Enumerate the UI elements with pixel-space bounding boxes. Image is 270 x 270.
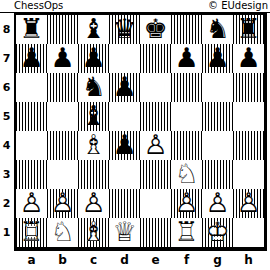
white-rook[interactable]: ♖ — [171, 218, 202, 247]
square-d3[interactable] — [109, 160, 140, 189]
file-label-b: b — [47, 252, 78, 268]
file-label-d: d — [109, 252, 140, 268]
rank-label-4: 4 — [0, 131, 13, 160]
square-d5[interactable] — [109, 102, 140, 131]
file-label-h: h — [233, 252, 264, 268]
black-king[interactable]: ♚ — [140, 15, 171, 44]
black-queen[interactable]: ♛ — [109, 15, 140, 44]
rank-label-1: 1 — [0, 218, 13, 247]
file-label-f: f — [171, 252, 202, 268]
square-e2[interactable] — [140, 189, 171, 218]
square-b1[interactable]: ♞♘ — [47, 218, 78, 247]
square-f4[interactable] — [171, 131, 202, 160]
square-c3[interactable] — [78, 160, 109, 189]
white-pawn[interactable]: ♙ — [47, 189, 78, 218]
square-g2[interactable]: ♟♙ — [202, 189, 233, 218]
rank-label-5: 5 — [0, 102, 13, 131]
square-d6[interactable]: ♟ — [109, 73, 140, 102]
square-g3[interactable] — [202, 160, 233, 189]
square-g7[interactable]: ♟ — [202, 44, 233, 73]
square-h3[interactable] — [233, 160, 264, 189]
file-label-g: g — [202, 252, 233, 268]
credit-link[interactable]: © EUdesign — [208, 0, 268, 12]
file-label-e: e — [140, 252, 171, 268]
white-knight[interactable]: ♘ — [171, 160, 202, 189]
square-b6[interactable] — [47, 73, 78, 102]
header-bar: ChessOps © EUdesign — [0, 0, 270, 13]
square-h8[interactable]: ♜ — [233, 15, 264, 44]
white-queen[interactable]: ♕ — [109, 218, 140, 247]
square-e4[interactable]: ♟♙ — [140, 131, 171, 160]
square-c8[interactable]: ♝ — [78, 15, 109, 44]
square-f6[interactable] — [171, 73, 202, 102]
square-h2[interactable]: ♟♙ — [233, 189, 264, 218]
black-pawn[interactable]: ♟ — [47, 44, 78, 73]
square-b2[interactable]: ♟♙ — [47, 189, 78, 218]
square-c6[interactable]: ♞ — [78, 73, 109, 102]
square-a4[interactable] — [16, 131, 47, 160]
square-e1[interactable] — [140, 218, 171, 247]
white-pawn[interactable]: ♙ — [171, 189, 202, 218]
square-f5[interactable] — [171, 102, 202, 131]
black-pawn[interactable]: ♟ — [202, 44, 233, 73]
white-pawn[interactable]: ♙ — [78, 189, 109, 218]
square-b3[interactable] — [47, 160, 78, 189]
white-bishop[interactable]: ♗ — [78, 131, 109, 160]
square-g6[interactable] — [202, 73, 233, 102]
black-pawn[interactable]: ♟ — [109, 131, 140, 160]
file-label-c: c — [78, 252, 109, 268]
rank-label-2: 2 — [0, 189, 13, 218]
square-a3[interactable] — [16, 160, 47, 189]
square-h1[interactable] — [233, 218, 264, 247]
black-rook[interactable]: ♜ — [16, 15, 47, 44]
app-title-link[interactable]: ChessOps — [14, 0, 63, 12]
white-pawn[interactable]: ♙ — [140, 131, 171, 160]
black-rook[interactable]: ♜ — [233, 15, 264, 44]
square-g1[interactable]: ♚♔ — [202, 218, 233, 247]
square-f8[interactable] — [171, 15, 202, 44]
square-c7[interactable]: ♟ — [78, 44, 109, 73]
square-e5[interactable] — [140, 102, 171, 131]
black-knight[interactable]: ♞ — [202, 15, 233, 44]
rank-label-7: 7 — [0, 44, 13, 73]
square-d2[interactable] — [109, 189, 140, 218]
square-e6[interactable] — [140, 73, 171, 102]
square-d8[interactable]: ♛ — [109, 15, 140, 44]
white-rook[interactable]: ♖ — [16, 218, 47, 247]
square-a7[interactable]: ♟ — [16, 44, 47, 73]
black-pawn[interactable]: ♟ — [16, 44, 47, 73]
file-label-a: a — [16, 252, 47, 268]
square-g4[interactable] — [202, 131, 233, 160]
square-g8[interactable]: ♞ — [202, 15, 233, 44]
square-d1[interactable]: ♛♕ — [109, 218, 140, 247]
white-bishop[interactable]: ♗ — [78, 218, 109, 247]
square-d4[interactable]: ♟ — [109, 131, 140, 160]
square-a2[interactable]: ♟♙ — [16, 189, 47, 218]
square-c1[interactable]: ♝♗ — [78, 218, 109, 247]
black-pawn[interactable]: ♟ — [171, 44, 202, 73]
rank-label-8: 8 — [0, 15, 13, 44]
square-e3[interactable] — [140, 160, 171, 189]
square-e7[interactable] — [140, 44, 171, 73]
white-king[interactable]: ♔ — [202, 218, 233, 247]
black-pawn[interactable]: ♟ — [233, 44, 264, 73]
chessops-window: ChessOps © EUdesign ♜♝♛♚♞♜♟♟♟♟♟♟♞♟♝♝♗♟♟♙… — [0, 0, 270, 270]
square-f3[interactable]: ♞♘ — [171, 160, 202, 189]
square-b7[interactable]: ♟ — [47, 44, 78, 73]
square-f2[interactable]: ♟♙ — [171, 189, 202, 218]
square-h6[interactable] — [233, 73, 264, 102]
square-c4[interactable]: ♝♗ — [78, 131, 109, 160]
square-h5[interactable] — [233, 102, 264, 131]
square-g5[interactable] — [202, 102, 233, 131]
square-d7[interactable] — [109, 44, 140, 73]
square-h4[interactable] — [233, 131, 264, 160]
black-pawn[interactable]: ♟ — [78, 44, 109, 73]
rank-label-6: 6 — [0, 73, 13, 102]
square-a8[interactable]: ♜ — [16, 15, 47, 44]
square-f7[interactable]: ♟ — [171, 44, 202, 73]
square-e8[interactable]: ♚ — [140, 15, 171, 44]
black-bishop[interactable]: ♝ — [78, 15, 109, 44]
square-h7[interactable]: ♟ — [233, 44, 264, 73]
square-a6[interactable] — [16, 73, 47, 102]
rank-label-3: 3 — [0, 160, 13, 189]
white-pawn[interactable]: ♙ — [16, 189, 47, 218]
square-a5[interactable] — [16, 102, 47, 131]
square-a1[interactable]: ♜♖ — [16, 218, 47, 247]
black-pawn[interactable]: ♟ — [109, 73, 140, 102]
square-b5[interactable] — [47, 102, 78, 131]
square-b8[interactable] — [47, 15, 78, 44]
square-c2[interactable]: ♟♙ — [78, 189, 109, 218]
white-pawn[interactable]: ♙ — [233, 189, 264, 218]
white-knight[interactable]: ♘ — [47, 218, 78, 247]
chess-board: ♜♝♛♚♞♜♟♟♟♟♟♟♞♟♝♝♗♟♟♙♞♘♟♙♟♙♟♙♟♙♟♙♟♙♜♖♞♘♝♗… — [14, 13, 267, 251]
black-bishop[interactable]: ♝ — [78, 102, 109, 131]
black-knight[interactable]: ♞ — [78, 73, 109, 102]
square-f1[interactable]: ♜♖ — [171, 218, 202, 247]
square-c5[interactable]: ♝ — [78, 102, 109, 131]
square-b4[interactable] — [47, 131, 78, 160]
white-pawn[interactable]: ♙ — [202, 189, 233, 218]
